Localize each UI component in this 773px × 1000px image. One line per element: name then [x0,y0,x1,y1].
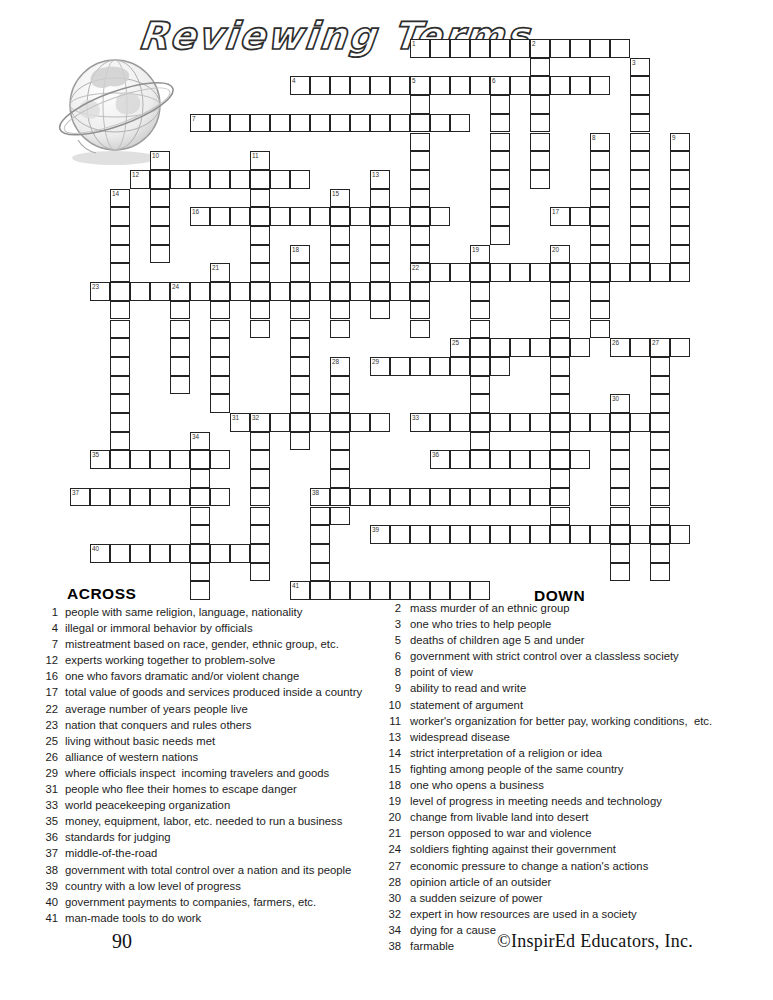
grid-cell[interactable]: 15 [330,189,350,208]
grid-cell[interactable]: 2 [530,39,550,58]
grid-cell[interactable] [550,39,570,58]
grid-cell[interactable] [590,525,610,544]
grid-cell[interactable] [650,450,670,469]
grid-cell[interactable] [670,263,690,282]
grid-cell[interactable] [190,581,210,600]
grid-cell[interactable] [410,189,430,208]
grid-cell[interactable] [430,39,450,58]
grid-cell[interactable] [530,488,550,507]
grid-cell[interactable] [530,338,550,357]
grid-cell[interactable] [350,76,370,95]
grid-cell[interactable] [430,413,450,432]
grid-cell[interactable] [410,488,430,507]
grid-cell[interactable] [110,282,130,301]
grid-cell[interactable] [610,450,630,469]
grid-cell[interactable] [490,95,510,114]
grid-cell[interactable] [330,394,350,413]
grid-cell[interactable] [370,413,390,432]
grid-cell[interactable] [610,39,630,58]
grid-cell[interactable] [650,469,670,488]
grid-cell[interactable] [210,114,230,133]
grid-cell[interactable]: 25 [450,338,470,357]
grid-cell[interactable] [490,226,510,245]
grid-cell[interactable]: 22 [410,263,430,282]
grid-cell[interactable] [430,488,450,507]
grid-cell[interactable] [210,394,230,413]
grid-cell[interactable] [330,263,350,282]
grid-cell[interactable] [190,282,210,301]
grid-cell[interactable] [490,357,510,376]
grid-cell[interactable] [350,413,370,432]
grid-cell[interactable] [350,488,370,507]
grid-cell[interactable] [430,263,450,282]
grid-cell[interactable] [330,507,350,526]
grid-cell[interactable] [490,525,510,544]
grid-cell[interactable] [490,413,510,432]
grid-cell[interactable] [630,189,650,208]
grid-cell[interactable] [450,114,470,133]
grid-cell[interactable] [550,432,570,451]
grid-cell[interactable] [190,469,210,488]
grid-cell[interactable] [470,263,490,282]
grid-cell[interactable] [130,488,150,507]
grid-cell[interactable] [570,525,590,544]
grid-cell[interactable] [250,544,270,563]
grid-cell[interactable] [130,544,150,563]
grid-cell[interactable] [630,207,650,226]
grid-cell[interactable] [390,581,410,600]
grid-cell[interactable] [490,450,510,469]
grid-cell[interactable] [290,413,310,432]
grid-cell[interactable] [490,488,510,507]
grid-cell[interactable] [370,76,390,95]
grid-cell[interactable] [290,320,310,339]
grid-cell[interactable] [210,544,230,563]
grid-cell[interactable] [670,170,690,189]
grid-cell[interactable] [630,170,650,189]
grid-cell[interactable] [210,170,230,189]
grid-cell[interactable] [590,170,610,189]
grid-cell[interactable] [110,450,130,469]
grid-cell[interactable] [210,338,230,357]
grid-cell[interactable] [210,207,230,226]
grid-cell[interactable] [650,376,670,395]
grid-cell[interactable] [150,207,170,226]
grid-cell[interactable] [310,413,330,432]
grid-cell[interactable] [630,413,650,432]
grid-cell[interactable]: 19 [470,245,490,264]
grid-cell[interactable]: 40 [90,544,110,563]
grid-cell[interactable] [290,114,310,133]
grid-cell[interactable]: 36 [430,450,450,469]
grid-cell[interactable] [650,394,670,413]
grid-cell[interactable] [450,581,470,600]
grid-cell[interactable] [670,338,690,357]
grid-cell[interactable] [530,263,550,282]
grid-cell[interactable] [290,170,310,189]
grid-cell[interactable] [130,282,150,301]
grid-cell[interactable] [310,282,330,301]
grid-cell[interactable]: 24 [170,282,190,301]
grid-cell[interactable] [290,338,310,357]
grid-cell[interactable] [610,525,630,544]
grid-cell[interactable] [250,245,270,264]
grid-cell[interactable] [110,394,130,413]
grid-cell[interactable] [270,170,290,189]
grid-cell[interactable] [410,114,430,133]
grid-cell[interactable]: 5 [410,76,430,95]
grid-cell[interactable] [470,450,490,469]
grid-cell[interactable] [150,189,170,208]
grid-cell[interactable] [310,563,330,582]
grid-cell[interactable] [430,357,450,376]
grid-cell[interactable] [550,320,570,339]
grid-cell[interactable] [530,114,550,133]
grid-cell[interactable] [410,320,430,339]
grid-cell[interactable] [470,39,490,58]
grid-cell[interactable] [530,95,550,114]
grid-cell[interactable] [470,357,490,376]
grid-cell[interactable] [170,301,190,320]
grid-cell[interactable] [210,301,230,320]
grid-cell[interactable] [470,488,490,507]
grid-cell[interactable] [610,488,630,507]
grid-cell[interactable] [250,170,270,189]
grid-cell[interactable] [570,39,590,58]
grid-cell[interactable] [330,114,350,133]
grid-cell[interactable] [490,338,510,357]
grid-cell[interactable] [570,338,590,357]
grid-cell[interactable] [550,413,570,432]
grid-cell[interactable] [550,469,570,488]
grid-cell[interactable]: 14 [110,189,130,208]
grid-cell[interactable]: 9 [670,133,690,152]
grid-cell[interactable]: 30 [610,394,630,413]
grid-cell[interactable]: 27 [650,338,670,357]
grid-cell[interactable]: 18 [290,245,310,264]
grid-cell[interactable] [590,189,610,208]
grid-cell[interactable] [270,114,290,133]
grid-cell[interactable] [210,376,230,395]
grid-cell[interactable] [370,245,390,264]
grid-cell[interactable]: 17 [550,207,570,226]
grid-cell[interactable] [270,207,290,226]
grid-cell[interactable] [210,320,230,339]
grid-cell[interactable] [590,76,610,95]
grid-cell[interactable] [410,151,430,170]
grid-cell[interactable] [330,488,350,507]
grid-cell[interactable] [250,432,270,451]
grid-cell[interactable]: 26 [610,338,630,357]
grid-cell[interactable] [210,488,230,507]
grid-cell[interactable] [250,114,270,133]
grid-cell[interactable] [170,450,190,469]
grid-cell[interactable]: 10 [150,151,170,170]
grid-cell[interactable] [570,263,590,282]
grid-cell[interactable] [650,488,670,507]
grid-cell[interactable] [630,263,650,282]
grid-cell[interactable] [310,207,330,226]
grid-cell[interactable] [450,357,470,376]
grid-cell[interactable] [170,544,190,563]
grid-cell[interactable] [150,226,170,245]
grid-cell[interactable] [550,282,570,301]
grid-cell[interactable] [530,170,550,189]
grid-cell[interactable] [370,226,390,245]
grid-cell[interactable] [530,76,550,95]
grid-cell[interactable] [210,282,230,301]
grid-cell[interactable] [670,207,690,226]
grid-cell[interactable] [250,525,270,544]
grid-cell[interactable] [310,76,330,95]
grid-cell[interactable] [570,450,590,469]
grid-cell[interactable] [410,525,430,544]
grid-cell[interactable] [270,413,290,432]
grid-cell[interactable] [110,263,130,282]
grid-cell[interactable] [510,450,530,469]
grid-cell[interactable]: 23 [90,282,110,301]
grid-cell[interactable] [170,357,190,376]
grid-cell[interactable] [490,151,510,170]
grid-cell[interactable] [330,581,350,600]
grid-cell[interactable] [550,394,570,413]
grid-cell[interactable] [330,301,350,320]
grid-cell[interactable]: 37 [70,488,90,507]
grid-cell[interactable] [110,432,130,451]
grid-cell[interactable] [170,320,190,339]
grid-cell[interactable] [150,245,170,264]
grid-cell[interactable] [350,114,370,133]
grid-cell[interactable] [170,376,190,395]
grid-cell[interactable] [470,581,490,600]
grid-cell[interactable] [290,376,310,395]
grid-cell[interactable] [610,413,630,432]
grid-cell[interactable] [170,338,190,357]
grid-cell[interactable] [250,226,270,245]
grid-cell[interactable] [110,376,130,395]
grid-cell[interactable]: 6 [490,76,510,95]
grid-cell[interactable] [470,301,490,320]
grid-cell[interactable] [110,488,130,507]
grid-cell[interactable] [530,151,550,170]
grid-cell[interactable] [570,413,590,432]
grid-cell[interactable]: 29 [370,357,390,376]
grid-cell[interactable] [490,189,510,208]
grid-cell[interactable]: 21 [210,263,230,282]
grid-cell[interactable] [590,320,610,339]
grid-cell[interactable] [650,544,670,563]
grid-cell[interactable] [370,189,390,208]
grid-cell[interactable] [430,525,450,544]
grid-cell[interactable] [250,301,270,320]
grid-cell[interactable] [150,488,170,507]
grid-cell[interactable]: 11 [250,151,270,170]
grid-cell[interactable] [290,282,310,301]
grid-cell[interactable]: 7 [190,114,210,133]
grid-cell[interactable] [630,95,650,114]
grid-cell[interactable] [390,76,410,95]
grid-cell[interactable] [350,207,370,226]
grid-cell[interactable] [370,301,390,320]
grid-cell[interactable] [630,226,650,245]
grid-cell[interactable] [390,488,410,507]
grid-cell[interactable] [370,488,390,507]
grid-cell[interactable] [330,450,350,469]
grid-cell[interactable] [150,544,170,563]
grid-cell[interactable] [110,207,130,226]
grid-cell[interactable] [470,338,490,357]
grid-cell[interactable] [470,394,490,413]
grid-cell[interactable] [210,357,230,376]
grid-cell[interactable] [190,170,210,189]
grid-cell[interactable]: 31 [230,413,250,432]
grid-cell[interactable] [590,226,610,245]
grid-cell[interactable] [530,413,550,432]
grid-cell[interactable] [630,151,650,170]
grid-cell[interactable]: 34 [190,432,210,451]
grid-cell[interactable] [450,413,470,432]
grid-cell[interactable] [390,282,410,301]
grid-cell[interactable] [190,563,210,582]
grid-cell[interactable]: 13 [370,170,390,189]
grid-cell[interactable] [530,525,550,544]
grid-cell[interactable] [590,207,610,226]
grid-cell[interactable]: 39 [370,525,390,544]
grid-cell[interactable] [190,488,210,507]
grid-cell[interactable]: 16 [190,207,210,226]
grid-cell[interactable] [550,263,570,282]
grid-cell[interactable] [550,525,570,544]
grid-cell[interactable] [170,488,190,507]
grid-cell[interactable] [390,207,410,226]
grid-cell[interactable] [510,338,530,357]
grid-cell[interactable] [250,320,270,339]
grid-cell[interactable]: 20 [550,245,570,264]
grid-cell[interactable] [110,226,130,245]
grid-cell[interactable] [530,450,550,469]
grid-cell[interactable] [250,563,270,582]
grid-cell[interactable] [410,282,430,301]
grid-cell[interactable] [650,357,670,376]
grid-cell[interactable] [650,263,670,282]
grid-cell[interactable] [550,488,570,507]
grid-cell[interactable] [550,338,570,357]
grid-cell[interactable] [490,263,510,282]
grid-cell[interactable] [410,301,430,320]
grid-cell[interactable]: 1 [410,39,430,58]
grid-cell[interactable]: 28 [330,357,350,376]
grid-cell[interactable] [290,394,310,413]
grid-cell[interactable] [390,525,410,544]
grid-cell[interactable] [370,263,390,282]
grid-cell[interactable] [110,413,130,432]
grid-cell[interactable] [590,301,610,320]
grid-cell[interactable] [450,450,470,469]
grid-cell[interactable] [150,282,170,301]
grid-cell[interactable] [550,76,570,95]
grid-cell[interactable] [350,282,370,301]
grid-cell[interactable] [110,301,130,320]
grid-cell[interactable] [250,282,270,301]
grid-cell[interactable] [330,320,350,339]
grid-cell[interactable] [290,207,310,226]
grid-cell[interactable] [130,450,150,469]
grid-cell[interactable] [650,563,670,582]
grid-cell[interactable] [190,507,210,526]
grid-cell[interactable] [510,413,530,432]
grid-cell[interactable] [230,170,250,189]
grid-cell[interactable] [470,320,490,339]
grid-cell[interactable] [410,170,430,189]
grid-cell[interactable] [610,469,630,488]
grid-cell[interactable] [250,469,270,488]
grid-cell[interactable] [510,263,530,282]
grid-cell[interactable] [270,282,290,301]
grid-cell[interactable] [430,207,450,226]
grid-cell[interactable] [410,581,430,600]
grid-cell[interactable] [410,226,430,245]
grid-cell[interactable] [430,114,450,133]
grid-cell[interactable]: 38 [310,488,330,507]
grid-cell[interactable] [190,450,210,469]
grid-cell[interactable] [670,226,690,245]
grid-cell[interactable] [530,133,550,152]
grid-cell[interactable] [190,525,210,544]
grid-cell[interactable] [150,450,170,469]
grid-cell[interactable]: 41 [290,581,310,600]
grid-cell[interactable] [510,488,530,507]
grid-cell[interactable] [310,525,330,544]
grid-cell[interactable] [390,114,410,133]
grid-cell[interactable]: 8 [590,133,610,152]
grid-cell[interactable] [650,413,670,432]
grid-cell[interactable] [470,376,490,395]
grid-cell[interactable] [210,450,230,469]
grid-cell[interactable] [170,170,190,189]
grid-cell[interactable] [290,301,310,320]
grid-cell[interactable] [590,245,610,264]
grid-cell[interactable] [490,39,510,58]
grid-cell[interactable] [430,581,450,600]
grid-cell[interactable] [290,263,310,282]
grid-cell[interactable] [430,76,450,95]
grid-cell[interactable] [650,507,670,526]
grid-cell[interactable] [450,39,470,58]
grid-cell[interactable] [610,563,630,582]
grid-cell[interactable] [330,207,350,226]
grid-cell[interactable] [630,245,650,264]
grid-cell[interactable] [630,114,650,133]
grid-cell[interactable] [670,151,690,170]
grid-cell[interactable] [250,263,270,282]
grid-cell[interactable] [510,525,530,544]
grid-cell[interactable] [610,432,630,451]
grid-cell[interactable] [250,207,270,226]
grid-cell[interactable] [410,245,430,264]
grid-cell[interactable] [470,432,490,451]
grid-cell[interactable] [370,207,390,226]
grid-cell[interactable] [490,114,510,133]
grid-cell[interactable] [310,114,330,133]
grid-cell[interactable] [550,450,570,469]
grid-cell[interactable]: 3 [630,58,650,77]
grid-cell[interactable] [250,189,270,208]
grid-cell[interactable] [250,450,270,469]
grid-cell[interactable] [330,245,350,264]
grid-cell[interactable]: 12 [130,170,150,189]
grid-cell[interactable] [590,151,610,170]
grid-cell[interactable] [330,469,350,488]
